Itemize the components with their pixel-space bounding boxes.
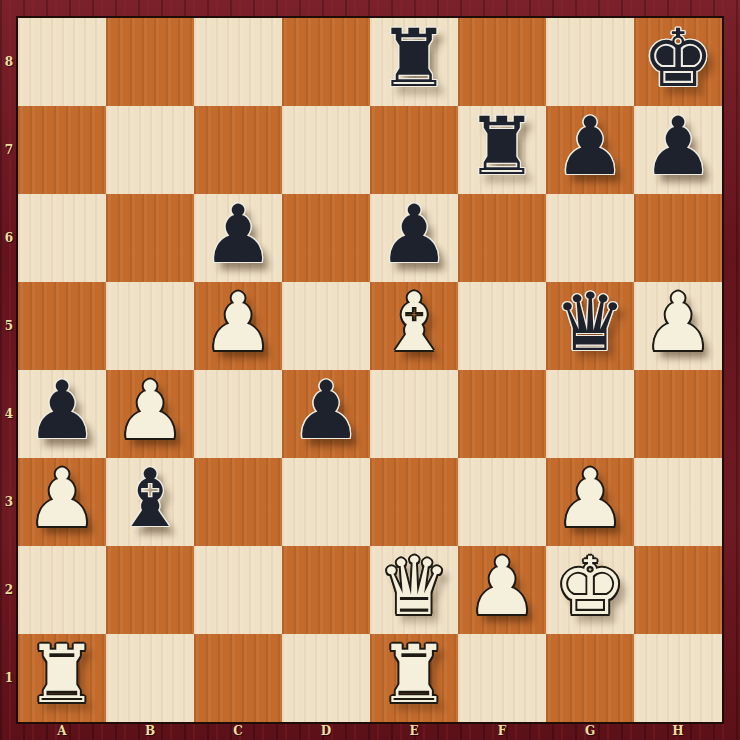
square-e5[interactable]: ♝ [370, 282, 458, 370]
square-g8[interactable] [546, 18, 634, 106]
square-e8[interactable]: ♜ [370, 18, 458, 106]
square-a4[interactable]: ♟ [18, 370, 106, 458]
square-b1[interactable] [106, 634, 194, 722]
square-f2[interactable]: ♟ [458, 546, 546, 634]
square-c1[interactable] [194, 634, 282, 722]
file-label-f: F [458, 722, 546, 740]
piece-white-pawn[interactable]: ♟ [114, 371, 186, 457]
square-g3[interactable]: ♟ [546, 458, 634, 546]
file-label-b: B [106, 722, 194, 740]
square-c8[interactable] [194, 18, 282, 106]
square-d8[interactable] [282, 18, 370, 106]
rank-labels: 87654321 [0, 18, 18, 722]
square-f7[interactable]: ♜ [458, 106, 546, 194]
square-c6[interactable]: ♟ [194, 194, 282, 282]
file-label-d: D [282, 722, 370, 740]
piece-black-pawn[interactable]: ♟ [290, 371, 362, 457]
square-f3[interactable] [458, 458, 546, 546]
square-e7[interactable] [370, 106, 458, 194]
piece-black-pawn[interactable]: ♟ [378, 195, 450, 281]
square-b7[interactable] [106, 106, 194, 194]
square-f8[interactable] [458, 18, 546, 106]
square-g2[interactable]: ♚ [546, 546, 634, 634]
piece-black-pawn[interactable]: ♟ [642, 107, 714, 193]
square-b4[interactable]: ♟ [106, 370, 194, 458]
piece-white-pawn[interactable]: ♟ [642, 283, 714, 369]
piece-white-queen[interactable]: ♛ [378, 547, 450, 633]
square-a2[interactable] [18, 546, 106, 634]
piece-white-pawn[interactable]: ♟ [26, 459, 98, 545]
piece-black-queen[interactable]: ♛ [554, 283, 626, 369]
square-a6[interactable] [18, 194, 106, 282]
square-g6[interactable] [546, 194, 634, 282]
square-h6[interactable] [634, 194, 722, 282]
rank-label-3: 3 [0, 458, 18, 546]
square-h7[interactable]: ♟ [634, 106, 722, 194]
file-label-c: C [194, 722, 282, 740]
square-d1[interactable] [282, 634, 370, 722]
rank-label-4: 4 [0, 370, 18, 458]
rank-label-7: 7 [0, 106, 18, 194]
square-a8[interactable] [18, 18, 106, 106]
file-label-g: G [546, 722, 634, 740]
piece-white-king[interactable]: ♚ [554, 547, 626, 633]
file-label-h: H [634, 722, 722, 740]
file-label-e: E [370, 722, 458, 740]
square-f1[interactable] [458, 634, 546, 722]
square-b3[interactable]: ♝ [106, 458, 194, 546]
square-c5[interactable]: ♟ [194, 282, 282, 370]
square-d4[interactable]: ♟ [282, 370, 370, 458]
rank-label-1: 1 [0, 634, 18, 722]
piece-black-pawn[interactable]: ♟ [26, 371, 98, 457]
chess-board: ♜♚♜♟♟♟♟♟♝♛♟♟♟♟♟♝♟♛♟♚♜♜ [18, 18, 722, 722]
piece-black-rook[interactable]: ♜ [378, 19, 450, 105]
piece-white-rook[interactable]: ♜ [26, 635, 98, 721]
piece-black-pawn[interactable]: ♟ [202, 195, 274, 281]
square-e1[interactable]: ♜ [370, 634, 458, 722]
square-d6[interactable] [282, 194, 370, 282]
file-label-a: A [18, 722, 106, 740]
square-e4[interactable] [370, 370, 458, 458]
rank-label-2: 2 [0, 546, 18, 634]
square-h2[interactable] [634, 546, 722, 634]
file-labels: ABCDEFGH [18, 722, 722, 740]
square-e3[interactable] [370, 458, 458, 546]
piece-black-king[interactable]: ♚ [642, 19, 714, 105]
square-b5[interactable] [106, 282, 194, 370]
square-g5[interactable]: ♛ [546, 282, 634, 370]
square-h8[interactable]: ♚ [634, 18, 722, 106]
piece-black-rook[interactable]: ♜ [466, 107, 538, 193]
piece-white-pawn[interactable]: ♟ [202, 283, 274, 369]
square-a5[interactable] [18, 282, 106, 370]
square-a1[interactable]: ♜ [18, 634, 106, 722]
square-c7[interactable] [194, 106, 282, 194]
piece-white-pawn[interactable]: ♟ [466, 547, 538, 633]
square-f4[interactable] [458, 370, 546, 458]
square-h5[interactable]: ♟ [634, 282, 722, 370]
square-e6[interactable]: ♟ [370, 194, 458, 282]
square-a7[interactable] [18, 106, 106, 194]
square-c3[interactable] [194, 458, 282, 546]
square-d7[interactable] [282, 106, 370, 194]
square-b6[interactable] [106, 194, 194, 282]
square-d2[interactable] [282, 546, 370, 634]
square-f5[interactable] [458, 282, 546, 370]
square-d3[interactable] [282, 458, 370, 546]
square-h1[interactable] [634, 634, 722, 722]
square-g7[interactable]: ♟ [546, 106, 634, 194]
square-d5[interactable] [282, 282, 370, 370]
piece-black-bishop[interactable]: ♝ [114, 459, 186, 545]
piece-white-pawn[interactable]: ♟ [554, 459, 626, 545]
board-frame: 87654321 ♜♚♜♟♟♟♟♟♝♛♟♟♟♟♟♝♟♛♟♚♜♜ ABCDEFGH [0, 0, 740, 740]
square-c2[interactable] [194, 546, 282, 634]
square-b8[interactable] [106, 18, 194, 106]
rank-label-6: 6 [0, 194, 18, 282]
piece-white-bishop[interactable]: ♝ [378, 283, 450, 369]
rank-label-8: 8 [0, 18, 18, 106]
square-g4[interactable] [546, 370, 634, 458]
piece-white-rook[interactable]: ♜ [378, 635, 450, 721]
square-f6[interactable] [458, 194, 546, 282]
rank-label-5: 5 [0, 282, 18, 370]
square-c4[interactable] [194, 370, 282, 458]
square-a3[interactable]: ♟ [18, 458, 106, 546]
square-b2[interactable] [106, 546, 194, 634]
square-h3[interactable] [634, 458, 722, 546]
square-g1[interactable] [546, 634, 634, 722]
piece-black-pawn[interactable]: ♟ [554, 107, 626, 193]
square-e2[interactable]: ♛ [370, 546, 458, 634]
square-h4[interactable] [634, 370, 722, 458]
